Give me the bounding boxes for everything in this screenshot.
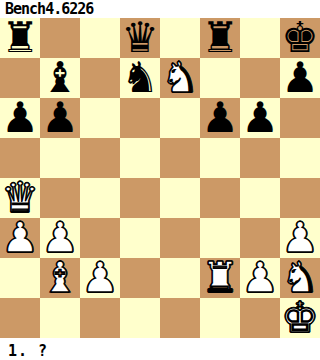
black-rook: ♜ [201, 18, 239, 58]
square-d2[interactable] [120, 258, 160, 298]
square-d1[interactable] [120, 298, 160, 338]
square-b3[interactable]: ♟ [40, 218, 80, 258]
square-e5[interactable] [160, 138, 200, 178]
square-b4[interactable] [40, 178, 80, 218]
square-h7[interactable]: ♟ [280, 58, 320, 98]
square-e7[interactable]: ♞ [160, 58, 200, 98]
square-d8[interactable]: ♛ [120, 18, 160, 58]
square-f4[interactable] [200, 178, 240, 218]
square-f8[interactable]: ♜ [200, 18, 240, 58]
move-prompt: 1. ? [0, 338, 320, 360]
black-pawn: ♟ [241, 98, 279, 138]
black-king: ♚ [281, 18, 319, 58]
square-b1[interactable] [40, 298, 80, 338]
square-h2[interactable]: ♞ [280, 258, 320, 298]
square-d3[interactable] [120, 218, 160, 258]
square-b2[interactable]: ♝ [40, 258, 80, 298]
square-a7[interactable] [0, 58, 40, 98]
black-pawn: ♟ [281, 58, 319, 98]
square-b5[interactable] [40, 138, 80, 178]
white-bishop: ♝ [41, 258, 79, 298]
square-c6[interactable] [80, 98, 120, 138]
square-e6[interactable] [160, 98, 200, 138]
square-b8[interactable] [40, 18, 80, 58]
square-c4[interactable] [80, 178, 120, 218]
square-h4[interactable] [280, 178, 320, 218]
square-d6[interactable] [120, 98, 160, 138]
white-pawn: ♟ [41, 218, 79, 258]
square-h3[interactable]: ♟ [280, 218, 320, 258]
white-pawn: ♟ [281, 218, 319, 258]
square-g5[interactable] [240, 138, 280, 178]
square-f1[interactable] [200, 298, 240, 338]
white-queen: ♛ [1, 178, 39, 218]
square-f6[interactable]: ♟ [200, 98, 240, 138]
square-h6[interactable] [280, 98, 320, 138]
square-g2[interactable]: ♟ [240, 258, 280, 298]
square-a6[interactable]: ♟ [0, 98, 40, 138]
white-rook: ♜ [201, 258, 239, 298]
black-pawn: ♟ [201, 98, 239, 138]
square-c2[interactable]: ♟ [80, 258, 120, 298]
square-d4[interactable] [120, 178, 160, 218]
square-a1[interactable] [0, 298, 40, 338]
square-g4[interactable] [240, 178, 280, 218]
square-f7[interactable] [200, 58, 240, 98]
square-g1[interactable] [240, 298, 280, 338]
black-pawn: ♟ [1, 98, 39, 138]
black-queen: ♛ [121, 18, 159, 58]
square-f3[interactable] [200, 218, 240, 258]
square-d5[interactable] [120, 138, 160, 178]
square-a5[interactable] [0, 138, 40, 178]
square-e1[interactable] [160, 298, 200, 338]
square-c8[interactable] [80, 18, 120, 58]
square-g6[interactable]: ♟ [240, 98, 280, 138]
square-g3[interactable] [240, 218, 280, 258]
square-a2[interactable] [0, 258, 40, 298]
chess-app-window: Bench4.6226 ♜♛♜♚♝♞♞♟♟♟♟♟♛♟♟♟♝♟♜♟♞♚ 1. ? [0, 0, 320, 360]
square-g8[interactable] [240, 18, 280, 58]
white-knight: ♞ [161, 58, 199, 98]
square-a4[interactable]: ♛ [0, 178, 40, 218]
white-pawn: ♟ [241, 258, 279, 298]
white-knight: ♞ [281, 258, 319, 298]
square-a3[interactable]: ♟ [0, 218, 40, 258]
position-title: Bench4.6226 [0, 0, 320, 18]
black-pawn: ♟ [41, 98, 79, 138]
square-c3[interactable] [80, 218, 120, 258]
square-c5[interactable] [80, 138, 120, 178]
black-bishop: ♝ [41, 58, 79, 98]
square-d7[interactable]: ♞ [120, 58, 160, 98]
square-g7[interactable] [240, 58, 280, 98]
square-h8[interactable]: ♚ [280, 18, 320, 58]
square-c1[interactable] [80, 298, 120, 338]
white-pawn: ♟ [81, 258, 119, 298]
square-e2[interactable] [160, 258, 200, 298]
square-e3[interactable] [160, 218, 200, 258]
black-knight: ♞ [121, 58, 159, 98]
square-f5[interactable] [200, 138, 240, 178]
chess-board: ♜♛♜♚♝♞♞♟♟♟♟♟♛♟♟♟♝♟♜♟♞♚ [0, 18, 320, 338]
square-b7[interactable]: ♝ [40, 58, 80, 98]
square-c7[interactable] [80, 58, 120, 98]
square-h1[interactable]: ♚ [280, 298, 320, 338]
square-b6[interactable]: ♟ [40, 98, 80, 138]
square-h5[interactable] [280, 138, 320, 178]
square-f2[interactable]: ♜ [200, 258, 240, 298]
black-rook: ♜ [1, 18, 39, 58]
square-a8[interactable]: ♜ [0, 18, 40, 58]
square-e8[interactable] [160, 18, 200, 58]
white-pawn: ♟ [1, 218, 39, 258]
white-king: ♚ [281, 298, 319, 338]
square-e4[interactable] [160, 178, 200, 218]
